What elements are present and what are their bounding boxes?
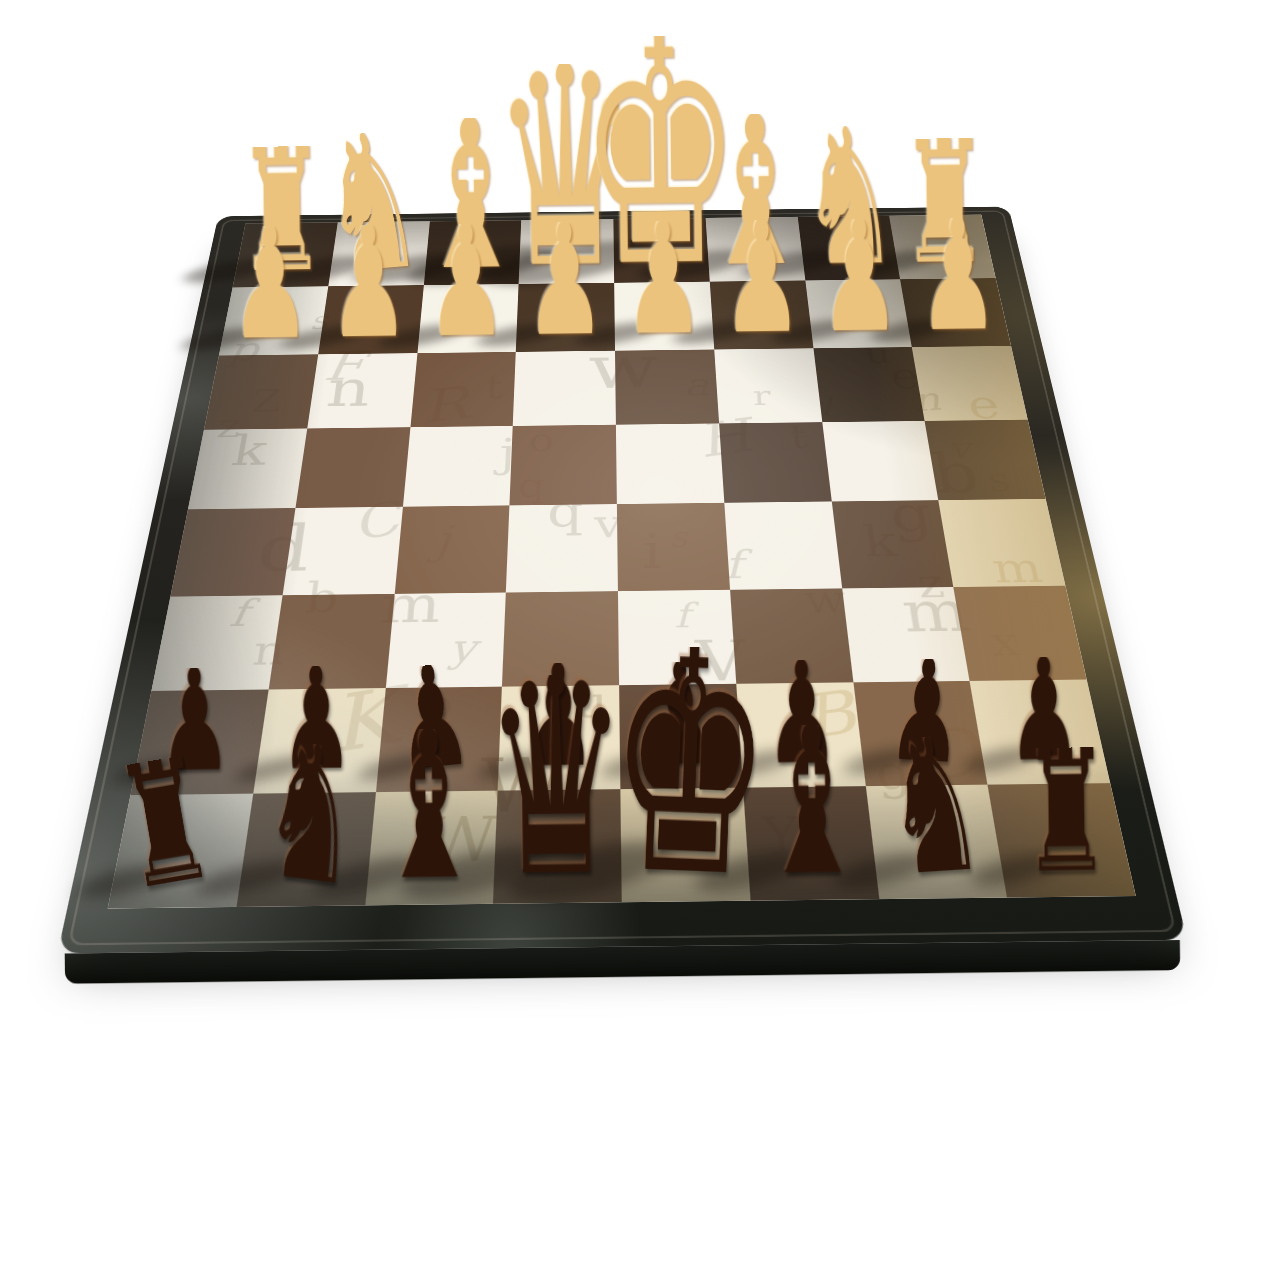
black-knight-glyph: ♞: [882, 733, 989, 880]
board-front-edge: [65, 940, 1181, 984]
black-rook-glyph: ♜: [110, 753, 219, 894]
white-pawn-glyph: ♟: [229, 225, 311, 342]
white-pawn-glyph: ♟: [917, 217, 999, 334]
white-pawn-glyph: ♟: [721, 219, 803, 336]
black-king-glyph: ♚: [604, 644, 775, 883]
white-pawn-glyph: ♟: [622, 221, 704, 338]
photo-scene: jsFnkzRtwjoqviHartleunvbgkzxdCjqsfmbfnyV…: [152, 49, 1082, 979]
photo-canvas: { "game": "chess", "view": { "descriptio…: [0, 0, 1280, 1280]
black-knight-glyph: ♞: [255, 739, 370, 891]
white-pawn-glyph: ♟: [426, 223, 508, 340]
white-pawn-glyph: ♟: [524, 222, 606, 339]
board-playing-area: jsFnkzRtwjoqviHartleunvbgkzxdCjqsfmbfnyV…: [108, 215, 1136, 909]
chess-board: jsFnkzRtwjoqviHartleunvbgkzxdCjqsfmbfnyV…: [57, 207, 1187, 954]
white-pawn-glyph: ♟: [327, 224, 409, 341]
white-pawn-glyph: ♟: [819, 218, 901, 335]
pieces-layer: ♜♞♝♛♚♝♞♜♟♟♟♟♟♟♟♟♟♟♟♟♟♟♟♟♜♞♝♛♚♝♞♜: [108, 215, 1136, 909]
black-rook-glyph: ♜: [1021, 747, 1111, 876]
black-bishop-glyph: ♝: [757, 724, 866, 879]
black-bishop-glyph: ♝: [375, 729, 484, 884]
